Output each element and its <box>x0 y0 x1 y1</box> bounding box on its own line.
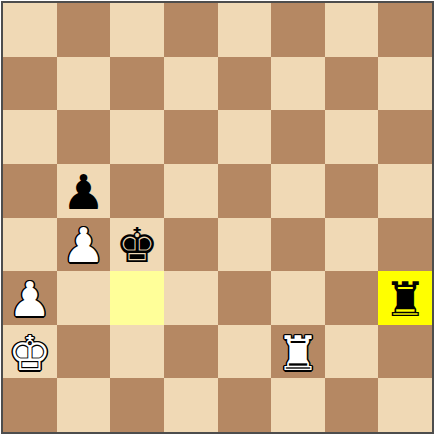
chess-board-frame: ♟♟♚♟♜♚♜ <box>1 1 434 434</box>
square-h6[interactable] <box>378 110 432 164</box>
square-e6[interactable] <box>218 110 272 164</box>
square-b3[interactable] <box>57 271 111 325</box>
white-rook[interactable]: ♜ <box>276 329 319 377</box>
square-f1[interactable] <box>271 378 325 432</box>
square-b2[interactable] <box>57 325 111 379</box>
square-h5[interactable] <box>378 164 432 218</box>
square-a5[interactable] <box>3 164 57 218</box>
black-king[interactable]: ♚ <box>116 221 159 269</box>
square-a3[interactable]: ♟ <box>3 271 57 325</box>
square-d5[interactable] <box>164 164 218 218</box>
square-h4[interactable] <box>378 218 432 272</box>
square-h8[interactable] <box>378 3 432 57</box>
square-h7[interactable] <box>378 57 432 111</box>
square-g6[interactable] <box>325 110 379 164</box>
square-c3[interactable] <box>110 271 164 325</box>
square-f3[interactable] <box>271 271 325 325</box>
square-f2[interactable]: ♜ <box>271 325 325 379</box>
square-a4[interactable] <box>3 218 57 272</box>
square-c7[interactable] <box>110 57 164 111</box>
square-d8[interactable] <box>164 3 218 57</box>
square-a6[interactable] <box>3 110 57 164</box>
square-f5[interactable] <box>271 164 325 218</box>
square-c6[interactable] <box>110 110 164 164</box>
square-d4[interactable] <box>164 218 218 272</box>
square-a2[interactable]: ♚ <box>3 325 57 379</box>
square-e4[interactable] <box>218 218 272 272</box>
square-d2[interactable] <box>164 325 218 379</box>
square-d1[interactable] <box>164 378 218 432</box>
square-h2[interactable] <box>378 325 432 379</box>
square-g7[interactable] <box>325 57 379 111</box>
square-b6[interactable] <box>57 110 111 164</box>
square-d7[interactable] <box>164 57 218 111</box>
square-a1[interactable] <box>3 378 57 432</box>
square-h3[interactable]: ♜ <box>378 271 432 325</box>
square-c8[interactable] <box>110 3 164 57</box>
square-a7[interactable] <box>3 57 57 111</box>
black-rook[interactable]: ♜ <box>384 275 427 323</box>
white-pawn[interactable]: ♟ <box>8 275 51 323</box>
square-e2[interactable] <box>218 325 272 379</box>
square-d3[interactable] <box>164 271 218 325</box>
square-b4[interactable]: ♟ <box>57 218 111 272</box>
square-f7[interactable] <box>271 57 325 111</box>
square-c5[interactable] <box>110 164 164 218</box>
square-e7[interactable] <box>218 57 272 111</box>
square-f8[interactable] <box>271 3 325 57</box>
square-g4[interactable] <box>325 218 379 272</box>
square-e8[interactable] <box>218 3 272 57</box>
square-b8[interactable] <box>57 3 111 57</box>
square-c2[interactable] <box>110 325 164 379</box>
square-g1[interactable] <box>325 378 379 432</box>
square-b1[interactable] <box>57 378 111 432</box>
square-a8[interactable] <box>3 3 57 57</box>
square-g5[interactable] <box>325 164 379 218</box>
square-e3[interactable] <box>218 271 272 325</box>
square-h1[interactable] <box>378 378 432 432</box>
square-g2[interactable] <box>325 325 379 379</box>
square-e5[interactable] <box>218 164 272 218</box>
white-king[interactable]: ♚ <box>8 329 51 377</box>
black-pawn[interactable]: ♟ <box>62 168 105 216</box>
square-c4[interactable]: ♚ <box>110 218 164 272</box>
white-pawn[interactable]: ♟ <box>62 221 105 269</box>
square-b7[interactable] <box>57 57 111 111</box>
square-d6[interactable] <box>164 110 218 164</box>
chess-board: ♟♟♚♟♜♚♜ <box>3 3 432 432</box>
square-g8[interactable] <box>325 3 379 57</box>
square-f6[interactable] <box>271 110 325 164</box>
square-e1[interactable] <box>218 378 272 432</box>
square-b5[interactable]: ♟ <box>57 164 111 218</box>
square-g3[interactable] <box>325 271 379 325</box>
square-f4[interactable] <box>271 218 325 272</box>
square-c1[interactable] <box>110 378 164 432</box>
